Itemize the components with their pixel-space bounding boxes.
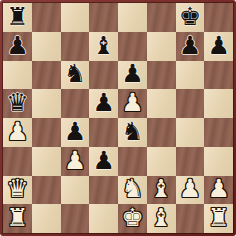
square-h8[interactable] — [204, 3, 233, 32]
square-f8[interactable] — [147, 3, 176, 32]
square-e5[interactable]: ♟ — [118, 89, 147, 118]
square-c5[interactable] — [61, 89, 90, 118]
square-c2[interactable] — [61, 176, 90, 205]
piece-white-queen[interactable]: ♛ — [6, 176, 28, 201]
square-d8[interactable] — [89, 3, 118, 32]
piece-white-king[interactable]: ♚ — [121, 205, 143, 230]
piece-black-rook[interactable]: ♜ — [6, 4, 28, 29]
square-a7[interactable]: ♟ — [3, 32, 32, 61]
square-h5[interactable] — [204, 89, 233, 118]
square-g6[interactable] — [176, 61, 205, 90]
square-d7[interactable]: ♝ — [89, 32, 118, 61]
piece-white-pawn[interactable]: ♟ — [179, 176, 201, 201]
piece-white-bishop[interactable]: ♝ — [150, 205, 172, 230]
square-g7[interactable]: ♟ — [176, 32, 205, 61]
square-f3[interactable] — [147, 147, 176, 176]
square-c3[interactable]: ♟ — [61, 147, 90, 176]
piece-black-pawn[interactable]: ♟ — [179, 33, 201, 58]
square-e2[interactable]: ♞ — [118, 176, 147, 205]
square-b3[interactable] — [32, 147, 61, 176]
piece-white-pawn[interactable]: ♟ — [6, 119, 28, 144]
square-f5[interactable] — [147, 89, 176, 118]
piece-black-king[interactable]: ♚ — [179, 4, 201, 29]
square-c1[interactable] — [61, 204, 90, 233]
square-c7[interactable] — [61, 32, 90, 61]
square-h1[interactable]: ♜ — [204, 204, 233, 233]
square-g8[interactable]: ♚ — [176, 3, 205, 32]
square-d6[interactable] — [89, 61, 118, 90]
piece-black-pawn[interactable]: ♟ — [121, 61, 143, 86]
square-d2[interactable] — [89, 176, 118, 205]
square-d5[interactable]: ♟ — [89, 89, 118, 118]
piece-white-rook[interactable]: ♜ — [207, 205, 229, 230]
square-b7[interactable] — [32, 32, 61, 61]
piece-white-rook[interactable]: ♜ — [6, 205, 28, 230]
square-e3[interactable] — [118, 147, 147, 176]
piece-black-pawn[interactable]: ♟ — [64, 119, 86, 144]
piece-white-pawn[interactable]: ♟ — [207, 176, 229, 201]
square-h7[interactable]: ♟ — [204, 32, 233, 61]
square-g3[interactable] — [176, 147, 205, 176]
piece-white-knight[interactable]: ♞ — [121, 176, 143, 201]
square-f1[interactable]: ♝ — [147, 204, 176, 233]
square-f2[interactable]: ♝ — [147, 176, 176, 205]
square-d3[interactable]: ♟ — [89, 147, 118, 176]
square-e7[interactable] — [118, 32, 147, 61]
square-b1[interactable] — [32, 204, 61, 233]
square-c8[interactable] — [61, 3, 90, 32]
square-a5[interactable]: ♛ — [3, 89, 32, 118]
square-a3[interactable] — [3, 147, 32, 176]
square-f6[interactable] — [147, 61, 176, 90]
square-d4[interactable] — [89, 118, 118, 147]
piece-white-bishop[interactable]: ♝ — [150, 176, 172, 201]
square-b4[interactable] — [32, 118, 61, 147]
square-a8[interactable]: ♜ — [3, 3, 32, 32]
square-b5[interactable] — [32, 89, 61, 118]
square-a1[interactable]: ♜ — [3, 204, 32, 233]
square-f7[interactable] — [147, 32, 176, 61]
square-d1[interactable] — [89, 204, 118, 233]
square-h2[interactable]: ♟ — [204, 176, 233, 205]
square-h6[interactable] — [204, 61, 233, 90]
square-h3[interactable] — [204, 147, 233, 176]
piece-black-pawn[interactable]: ♟ — [92, 148, 114, 173]
piece-black-pawn[interactable]: ♟ — [207, 33, 229, 58]
square-b8[interactable] — [32, 3, 61, 32]
piece-black-bishop[interactable]: ♝ — [92, 33, 114, 58]
piece-white-pawn[interactable]: ♟ — [121, 90, 143, 115]
square-g5[interactable] — [176, 89, 205, 118]
square-g1[interactable] — [176, 204, 205, 233]
square-e6[interactable]: ♟ — [118, 61, 147, 90]
piece-black-queen[interactable]: ♛ — [6, 90, 28, 115]
piece-white-pawn[interactable]: ♟ — [64, 148, 86, 173]
square-c6[interactable]: ♞ — [61, 61, 90, 90]
square-a4[interactable]: ♟ — [3, 118, 32, 147]
square-e8[interactable] — [118, 3, 147, 32]
square-f4[interactable] — [147, 118, 176, 147]
board-frame: ♜♚♟♝♟♟♞♟♛♟♟♟♟♞♟♟♛♞♝♟♟♜♚♝♜ — [0, 0, 236, 236]
square-a2[interactable]: ♛ — [3, 176, 32, 205]
square-c4[interactable]: ♟ — [61, 118, 90, 147]
square-e1[interactable]: ♚ — [118, 204, 147, 233]
square-g2[interactable]: ♟ — [176, 176, 205, 205]
square-h4[interactable] — [204, 118, 233, 147]
square-b6[interactable] — [32, 61, 61, 90]
square-b2[interactable] — [32, 176, 61, 205]
piece-black-knight[interactable]: ♞ — [64, 61, 86, 86]
piece-black-knight[interactable]: ♞ — [121, 119, 143, 144]
piece-black-pawn[interactable]: ♟ — [92, 90, 114, 115]
square-g4[interactable] — [176, 118, 205, 147]
square-a6[interactable] — [3, 61, 32, 90]
piece-black-pawn[interactable]: ♟ — [6, 33, 28, 58]
chess-board: ♜♚♟♝♟♟♞♟♛♟♟♟♟♞♟♟♛♞♝♟♟♜♚♝♜ — [3, 3, 233, 233]
square-e4[interactable]: ♞ — [118, 118, 147, 147]
